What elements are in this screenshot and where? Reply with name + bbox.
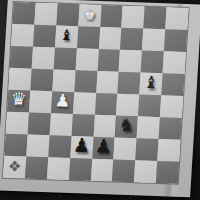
square-b7	[33, 25, 56, 48]
square-g7	[142, 29, 165, 52]
photo-background: ♚♝♝♛♟♞♟♟❖ · ·· · · ·· · · · ·· · ······	[0, 0, 200, 200]
black-bishop-c7: ♝	[59, 28, 73, 43]
square-h6	[163, 51, 186, 74]
square-a5	[8, 68, 31, 91]
square-d2: ♟	[70, 136, 93, 159]
square-e5	[96, 71, 119, 94]
black-pawn-d2: ♟	[72, 136, 91, 156]
square-a4: ♛	[7, 90, 30, 113]
square-b6	[32, 47, 55, 70]
square-a3	[6, 112, 29, 135]
square-f4	[116, 94, 139, 117]
square-e7	[98, 27, 121, 50]
square-b8	[34, 3, 57, 26]
square-d5	[74, 70, 97, 93]
square-h5	[161, 73, 184, 96]
square-c3	[49, 113, 72, 136]
square-h2	[157, 139, 180, 162]
square-c8	[56, 3, 79, 26]
square-e8	[100, 5, 123, 28]
black-bishop-g5: ♝	[143, 74, 159, 91]
square-h4	[160, 95, 183, 118]
board-emblem-icon: ❖	[8, 159, 22, 174]
square-f1	[112, 160, 135, 183]
square-c5	[52, 69, 75, 92]
square-b3	[28, 113, 51, 136]
square-d6	[75, 48, 98, 71]
square-c2	[48, 135, 71, 158]
black-knight-f3: ♞	[118, 116, 136, 135]
square-f5	[118, 72, 141, 95]
square-g5: ♝	[140, 72, 163, 95]
square-g4	[138, 94, 161, 117]
square-b1	[25, 156, 48, 179]
white-king-d8: ♚	[83, 7, 96, 21]
square-f8	[122, 6, 145, 29]
square-e4	[94, 93, 117, 116]
square-a8	[12, 2, 35, 25]
table-dust-speckles	[0, 0, 1, 1]
square-a2	[4, 134, 27, 157]
white-pawn-c4: ♟	[54, 92, 71, 110]
black-pawn-e2: ♟	[94, 137, 113, 157]
square-h8	[165, 7, 188, 30]
square-h3	[159, 117, 182, 140]
chess-board: ♚♝♝♛♟♞♟♟❖ · ·· · · ·· · · · ·· · ······	[0, 0, 200, 197]
square-f7	[120, 28, 143, 51]
square-d7	[77, 26, 100, 49]
square-c7: ♝	[55, 25, 78, 48]
square-g2	[135, 138, 158, 161]
square-b4	[29, 91, 52, 114]
square-e2: ♟	[92, 137, 115, 160]
square-d8: ♚	[78, 4, 101, 27]
square-e1	[90, 159, 113, 182]
white-queen-a4: ♛	[10, 91, 27, 109]
square-g8	[144, 7, 167, 30]
square-h1	[156, 161, 179, 184]
square-b2	[26, 135, 49, 158]
square-a7	[11, 24, 34, 47]
square-a1: ❖	[3, 156, 26, 179]
square-d1	[69, 158, 92, 181]
square-c1	[47, 157, 70, 180]
square-h7	[164, 29, 187, 52]
border-marks-bottom: · ·· · · ·· · · · ·· ·	[10, 183, 180, 195]
square-a6	[10, 46, 33, 69]
square-g3	[137, 116, 160, 139]
board-grid: ♚♝♝♛♟♞♟♟❖	[3, 2, 189, 184]
square-f3: ♞	[115, 116, 138, 139]
square-c6	[53, 47, 76, 70]
square-c4: ♟	[51, 91, 74, 114]
square-g6	[141, 50, 164, 73]
square-e6	[97, 49, 120, 72]
square-g1	[134, 160, 157, 183]
square-d4	[73, 92, 96, 115]
board-dust-speckles	[3, 178, 4, 179]
square-f6	[119, 50, 142, 73]
square-b5	[30, 69, 53, 92]
square-f2	[114, 138, 137, 161]
